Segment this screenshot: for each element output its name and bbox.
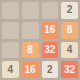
2048-board[interactable]: 21688324416232 [0, 0, 80, 80]
tile-16: 16 [42, 22, 59, 39]
empty-cell [2, 42, 19, 59]
tile-8: 8 [22, 42, 39, 59]
tile-4: 4 [61, 42, 78, 59]
tile-2: 2 [42, 61, 59, 78]
tile-32: 32 [61, 61, 78, 78]
empty-cell [22, 22, 39, 39]
tile-16: 16 [22, 61, 39, 78]
empty-cell [22, 2, 39, 19]
tile-8: 8 [61, 22, 78, 39]
tile-4: 4 [2, 61, 19, 78]
empty-cell [2, 22, 19, 39]
empty-cell [2, 2, 19, 19]
empty-cell [42, 2, 59, 19]
tile-2: 2 [61, 2, 78, 19]
tile-32: 32 [42, 42, 59, 59]
